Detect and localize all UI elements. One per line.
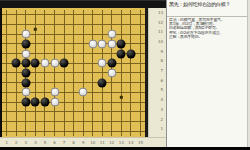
white-stone <box>50 59 59 68</box>
black-stone <box>21 98 30 107</box>
board-cell[interactable] <box>88 107 98 117</box>
col-coordinate-label: 10 <box>88 141 98 145</box>
board-cell[interactable] <box>136 107 145 117</box>
white-stone <box>98 59 107 68</box>
board-cell[interactable] <box>59 68 69 78</box>
board-cell[interactable] <box>31 78 41 88</box>
board-cell[interactable] <box>126 49 136 59</box>
board-cell[interactable] <box>107 88 117 98</box>
board-cell[interactable] <box>59 78 69 88</box>
white-stone <box>50 88 59 97</box>
col-coordinate-label: 8 <box>69 141 79 145</box>
board-cell[interactable] <box>78 49 88 59</box>
board-cell[interactable] <box>21 49 31 59</box>
board-cell[interactable] <box>40 68 50 78</box>
board-cell[interactable] <box>107 78 117 88</box>
board-cell[interactable] <box>88 49 98 59</box>
board-cell[interactable] <box>78 107 88 117</box>
board-cell[interactable] <box>40 97 50 107</box>
board-cell[interactable] <box>59 58 69 68</box>
title-bar <box>0 0 166 8</box>
black-stone <box>40 98 49 107</box>
board-cell[interactable] <box>126 20 136 30</box>
board-cell[interactable] <box>88 78 98 88</box>
board-cell[interactable] <box>2 29 12 39</box>
board-cell[interactable] <box>136 117 145 127</box>
board-cell[interactable] <box>69 126 79 136</box>
board-cell[interactable] <box>107 97 117 107</box>
board-cell[interactable] <box>21 107 31 117</box>
board-cell[interactable] <box>69 39 79 49</box>
white-stone <box>21 88 30 97</box>
row-coordinate-label: 4 <box>151 98 163 102</box>
board-cell[interactable] <box>59 88 69 98</box>
col-coordinate-label: 13 <box>117 141 127 145</box>
board-cell[interactable] <box>21 58 31 68</box>
board-cell[interactable] <box>69 10 79 20</box>
board-cell[interactable] <box>78 58 88 68</box>
board-cell[interactable] <box>78 10 88 20</box>
board-cell[interactable] <box>88 97 98 107</box>
board-cell[interactable] <box>78 88 88 98</box>
board-cell[interactable] <box>21 10 31 20</box>
board-cell[interactable] <box>126 117 136 127</box>
board-cell[interactable] <box>21 20 31 30</box>
board-cell[interactable] <box>59 29 69 39</box>
black-stone <box>107 59 116 68</box>
board-cell[interactable] <box>107 10 117 20</box>
board-cell[interactable] <box>69 20 79 30</box>
board-cell[interactable] <box>107 126 117 136</box>
board-cell[interactable] <box>12 126 22 136</box>
black-stone <box>12 59 21 68</box>
board-cell[interactable] <box>136 10 145 20</box>
black-stone <box>126 49 135 58</box>
board-cell[interactable] <box>136 58 145 68</box>
problem-panel: 黑先：如何吃掉右边的白棋？ 提示：白棋气紧，黑可先手紧气。 黑1扳，白2挡，黑3… <box>166 0 250 147</box>
black-stone <box>31 98 40 107</box>
board-cell[interactable] <box>59 49 69 59</box>
board-cell[interactable] <box>40 126 50 136</box>
board-cell[interactable] <box>21 97 31 107</box>
board-cell[interactable] <box>97 88 107 98</box>
white-stone <box>21 30 30 39</box>
board-cell[interactable] <box>12 20 22 30</box>
problem-question: 黑先：如何吃掉右边的白棋？ <box>167 0 250 9</box>
board-cell[interactable] <box>126 68 136 78</box>
board-cell[interactable] <box>21 78 31 88</box>
board-cell[interactable] <box>126 29 136 39</box>
row-coordinate-strip: 13121110987654321 <box>148 8 166 137</box>
board-cell[interactable] <box>69 58 79 68</box>
board-cell[interactable] <box>2 49 12 59</box>
board-cell[interactable] <box>12 88 22 98</box>
board-cell[interactable] <box>117 78 127 88</box>
board-cell[interactable] <box>88 29 98 39</box>
board-cell[interactable] <box>12 39 22 49</box>
board-cell[interactable] <box>126 78 136 88</box>
board-cell[interactable] <box>107 49 117 59</box>
board-cell[interactable] <box>136 126 145 136</box>
board-cell[interactable] <box>97 10 107 20</box>
white-stone <box>21 49 30 58</box>
board-cell[interactable] <box>59 126 69 136</box>
board-cell[interactable] <box>78 39 88 49</box>
board-cell[interactable] <box>107 29 117 39</box>
black-stone <box>31 59 40 68</box>
row-coordinate-label: 11 <box>151 30 163 34</box>
board-cell[interactable] <box>117 10 127 20</box>
board-cell[interactable] <box>117 58 127 68</box>
board-cell[interactable] <box>50 29 60 39</box>
board-cell[interactable] <box>21 39 31 49</box>
board-cell[interactable] <box>88 20 98 30</box>
col-coordinate-label: 6 <box>50 141 60 145</box>
row-coordinate-label: 6 <box>151 79 163 83</box>
board-cell[interactable] <box>97 117 107 127</box>
board-cell[interactable] <box>117 107 127 117</box>
board-cell[interactable] <box>12 29 22 39</box>
board-cell[interactable] <box>40 107 50 117</box>
black-stone <box>117 49 126 58</box>
board-cell[interactable] <box>31 29 41 39</box>
board-cell[interactable] <box>50 107 60 117</box>
board-cell[interactable] <box>2 107 12 117</box>
board-cell[interactable] <box>50 39 60 49</box>
board-cell[interactable] <box>117 39 127 49</box>
board-cell[interactable] <box>88 68 98 78</box>
white-stone <box>88 39 97 48</box>
black-stone <box>21 59 30 68</box>
board-cell[interactable] <box>69 117 79 127</box>
board-cell[interactable] <box>50 117 60 127</box>
board-cell[interactable] <box>126 126 136 136</box>
board-cell[interactable] <box>136 29 145 39</box>
board-cell[interactable] <box>40 29 50 39</box>
board-cell[interactable] <box>50 88 60 98</box>
board-cell[interactable] <box>107 117 117 127</box>
white-stone <box>107 30 116 39</box>
board-cell[interactable] <box>50 20 60 30</box>
board-cell[interactable] <box>97 39 107 49</box>
board-cell[interactable] <box>40 39 50 49</box>
board-cell[interactable] <box>59 10 69 20</box>
board-cell[interactable] <box>126 58 136 68</box>
col-coordinate-label: 15 <box>136 141 146 145</box>
board-cell[interactable] <box>31 126 41 136</box>
board-cell[interactable] <box>97 97 107 107</box>
board-cell[interactable] <box>59 117 69 127</box>
black-stone <box>60 59 69 68</box>
board-cell[interactable] <box>126 39 136 49</box>
board-cell[interactable] <box>78 20 88 30</box>
board-cell[interactable] <box>12 10 22 20</box>
white-stone <box>98 39 107 48</box>
col-coordinate-label: 9 <box>78 141 88 145</box>
board-cell[interactable] <box>69 107 79 117</box>
board-cell[interactable] <box>78 29 88 39</box>
board-cell[interactable] <box>88 10 98 20</box>
black-stone <box>21 78 30 87</box>
row-coordinate-label: 5 <box>151 88 163 92</box>
board-cell[interactable] <box>12 49 22 59</box>
board-cell[interactable] <box>12 58 22 68</box>
board-cell[interactable] <box>2 88 12 98</box>
black-stone <box>117 39 126 48</box>
board-cell[interactable] <box>40 117 50 127</box>
board-cell[interactable] <box>136 68 145 78</box>
board-cell[interactable] <box>2 126 12 136</box>
board-cell[interactable] <box>31 49 41 59</box>
col-coordinate-label: 2 <box>12 141 22 145</box>
col-coordinate-label: 7 <box>59 141 69 145</box>
board-cell[interactable] <box>50 49 60 59</box>
row-coordinate-label: 2 <box>151 118 163 122</box>
board-cell[interactable] <box>69 88 79 98</box>
board-cell[interactable] <box>136 88 145 98</box>
board-cell[interactable] <box>126 97 136 107</box>
board-cell[interactable] <box>2 58 12 68</box>
row-coordinate-label: 7 <box>151 69 163 73</box>
col-coordinate-label: 12 <box>107 141 117 145</box>
problem-answer-block: 提示：白棋气紧，黑可先手紧气。 黑1扳，白2挡，黑3断打吃。 白若粘连回家，黑5… <box>167 16 250 41</box>
board-cell[interactable] <box>50 10 60 20</box>
col-coordinate-label: 1 <box>2 141 12 145</box>
panel-scrollbar[interactable] <box>247 0 250 147</box>
board-cell[interactable] <box>21 68 31 78</box>
board-cell[interactable] <box>2 20 12 30</box>
white-stone <box>107 68 116 77</box>
board-cell[interactable] <box>107 20 117 30</box>
board-cell[interactable] <box>12 117 22 127</box>
row-coordinate-label: 3 <box>151 108 163 112</box>
board-cell[interactable] <box>50 126 60 136</box>
board-cell[interactable] <box>31 39 41 49</box>
board-cell[interactable] <box>31 117 41 127</box>
board-cell[interactable] <box>40 78 50 88</box>
col-coordinate-label: 14 <box>126 141 136 145</box>
board-cell[interactable] <box>2 39 12 49</box>
board-cell[interactable] <box>107 39 117 49</box>
board-cell[interactable] <box>97 20 107 30</box>
board-cell[interactable] <box>31 97 41 107</box>
board-cell[interactable] <box>107 68 117 78</box>
row-coordinate-label: 12 <box>151 21 163 25</box>
board-cell[interactable] <box>126 88 136 98</box>
board-grid <box>2 10 145 136</box>
board-cell[interactable] <box>97 58 107 68</box>
go-board[interactable] <box>2 8 145 137</box>
board-cell[interactable] <box>12 68 22 78</box>
board-cell[interactable] <box>2 97 12 107</box>
board-cell[interactable] <box>50 78 60 88</box>
black-stone <box>98 78 107 87</box>
board-cell[interactable] <box>88 58 98 68</box>
black-stone <box>21 39 30 48</box>
board-cell[interactable] <box>97 49 107 59</box>
board-cell[interactable] <box>88 126 98 136</box>
row-coordinate-label: 1 <box>151 127 163 131</box>
board-cell[interactable] <box>2 117 12 127</box>
col-coordinate-label: 3 <box>21 141 31 145</box>
board-cell[interactable] <box>97 107 107 117</box>
board-cell[interactable] <box>69 49 79 59</box>
board-cell[interactable] <box>78 78 88 88</box>
board-cell[interactable] <box>12 78 22 88</box>
board-cell[interactable] <box>136 49 145 59</box>
col-coordinate-strip: 123456789101112131415 <box>0 137 166 147</box>
row-coordinate-label: 8 <box>151 59 163 63</box>
board-cell[interactable] <box>21 88 31 98</box>
board-cell[interactable] <box>126 107 136 117</box>
board-cell[interactable] <box>97 29 107 39</box>
row-coordinate-label: 9 <box>151 50 163 54</box>
board-cell[interactable] <box>126 10 136 20</box>
board-cell[interactable] <box>31 10 41 20</box>
board-cell[interactable] <box>69 97 79 107</box>
board-cell[interactable] <box>107 58 117 68</box>
board-cell[interactable] <box>40 88 50 98</box>
col-coordinate-label: 11 <box>98 141 108 145</box>
board-cell[interactable] <box>88 117 98 127</box>
board-cell[interactable] <box>69 78 79 88</box>
answer-line: 正解：黑先手吃白。 <box>169 35 248 39</box>
app-window: 13121110987654321 123456789101112131415 … <box>0 0 250 150</box>
board-cell[interactable] <box>78 117 88 127</box>
col-coordinate-label: 5 <box>40 141 50 145</box>
board-cell[interactable] <box>59 39 69 49</box>
board-cell[interactable] <box>31 68 41 78</box>
board-cell[interactable] <box>31 88 41 98</box>
white-stone <box>79 88 88 97</box>
row-coordinate-label: 13 <box>151 11 163 15</box>
board-cell[interactable] <box>40 49 50 59</box>
board-cell[interactable] <box>40 20 50 30</box>
board-cell[interactable] <box>88 39 98 49</box>
board-cell[interactable] <box>59 107 69 117</box>
board-cell[interactable] <box>50 97 60 107</box>
board-cell[interactable] <box>78 126 88 136</box>
board-cell[interactable] <box>40 10 50 20</box>
board-cell[interactable] <box>97 68 107 78</box>
board-cell[interactable] <box>21 29 31 39</box>
board-cell[interactable] <box>2 78 12 88</box>
board-cell[interactable] <box>117 20 127 30</box>
board-cell[interactable] <box>117 68 127 78</box>
board-cell[interactable] <box>136 39 145 49</box>
board-cell[interactable] <box>117 117 127 127</box>
board-cell[interactable] <box>12 97 22 107</box>
board-cell[interactable] <box>117 29 127 39</box>
board-cell[interactable] <box>69 68 79 78</box>
board-cell[interactable] <box>117 97 127 107</box>
white-stone <box>50 98 59 107</box>
board-cell[interactable] <box>136 20 145 30</box>
board-cell[interactable] <box>2 10 12 20</box>
board-cell[interactable] <box>97 126 107 136</box>
board-cell[interactable] <box>107 107 117 117</box>
board-cell[interactable] <box>136 78 145 88</box>
white-stone <box>40 59 49 68</box>
board-cell[interactable] <box>78 68 88 78</box>
star-point <box>120 96 122 98</box>
board-cell[interactable] <box>88 88 98 98</box>
board-cell[interactable] <box>117 126 127 136</box>
board-cell[interactable] <box>78 97 88 107</box>
star-point <box>34 28 36 30</box>
board-cell[interactable] <box>59 20 69 30</box>
row-coordinate-label: 10 <box>151 40 163 44</box>
board-cell[interactable] <box>31 58 41 68</box>
board-cell[interactable] <box>21 117 31 127</box>
board-cell[interactable] <box>21 126 31 136</box>
board-cell[interactable] <box>117 49 127 59</box>
bottom-border <box>0 147 250 150</box>
board-cell[interactable] <box>2 68 12 78</box>
board-cell[interactable] <box>50 68 60 78</box>
white-stone <box>107 39 116 48</box>
black-stone <box>21 68 30 77</box>
board-cell[interactable] <box>31 107 41 117</box>
col-coordinate-label: 4 <box>31 141 41 145</box>
board-cell[interactable] <box>97 78 107 88</box>
board-cell[interactable] <box>59 97 69 107</box>
board-cell[interactable] <box>69 29 79 39</box>
board-cell[interactable] <box>50 58 60 68</box>
board-cell[interactable] <box>12 107 22 117</box>
board-cell[interactable] <box>40 58 50 68</box>
board-cell[interactable] <box>136 97 145 107</box>
